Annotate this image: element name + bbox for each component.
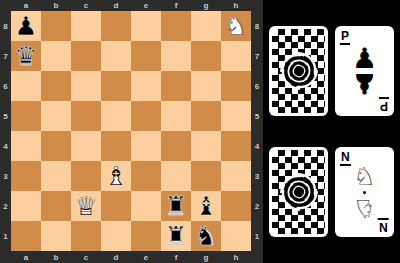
cards-panel: P ♟ ♟ P: [263, 0, 400, 263]
card-back-top[interactable]: [269, 26, 328, 116]
coord-label-5: 5: [0, 101, 11, 131]
coord-label-a: a: [11, 0, 41, 11]
coord-label-5: 5: [251, 101, 263, 131]
square-d5[interactable]: [101, 101, 131, 131]
square-b1[interactable]: [41, 221, 71, 251]
square-h5[interactable]: [221, 101, 251, 131]
swirl-icon: [275, 168, 323, 216]
white-bishop[interactable]: ♝♗: [101, 161, 131, 191]
coord-label-c: c: [71, 251, 101, 263]
square-c3[interactable]: [71, 161, 101, 191]
square-c1[interactable]: [71, 221, 101, 251]
square-b3[interactable]: [41, 161, 71, 191]
square-a1[interactable]: [11, 221, 41, 251]
square-a7[interactable]: ♛: [11, 41, 41, 71]
square-g8[interactable]: [191, 11, 221, 41]
coord-label-h: h: [221, 0, 251, 11]
square-g6[interactable]: [191, 71, 221, 101]
black-bishop[interactable]: ♝: [191, 191, 221, 221]
coord-label-g: g: [191, 0, 221, 11]
square-g1[interactable]: ♞: [191, 221, 221, 251]
square-h1[interactable]: [221, 221, 251, 251]
black-rook[interactable]: ♜: [161, 221, 191, 251]
coord-label-f: f: [161, 251, 191, 263]
coord-label-b: b: [41, 251, 71, 263]
coord-label-8: 8: [0, 11, 11, 41]
coord-label-6: 6: [0, 71, 11, 101]
coord-label-2: 2: [251, 191, 263, 221]
square-c8[interactable]: [71, 11, 101, 41]
coord-label-3: 3: [251, 161, 263, 191]
coord-label-e: e: [131, 251, 161, 263]
square-e7[interactable]: [131, 41, 161, 71]
square-b2[interactable]: [41, 191, 71, 221]
square-c6[interactable]: [71, 71, 101, 101]
coord-label-g: g: [191, 251, 221, 263]
square-g3[interactable]: [191, 161, 221, 191]
square-b4[interactable]: [41, 131, 71, 161]
square-d2[interactable]: [101, 191, 131, 221]
coord-label-8: 8: [251, 11, 263, 41]
square-g4[interactable]: [191, 131, 221, 161]
card-back-bottom[interactable]: [269, 147, 328, 237]
coord-label-1: 1: [0, 221, 11, 251]
square-a4[interactable]: [11, 131, 41, 161]
coord-label-e: e: [131, 0, 161, 11]
square-d6[interactable]: [101, 71, 131, 101]
square-b6[interactable]: [41, 71, 71, 101]
square-a8[interactable]: ♟: [11, 11, 41, 41]
file-labels-top: abcdefgh: [11, 0, 251, 11]
square-d1[interactable]: [101, 221, 131, 251]
card-pawn[interactable]: P ♟ ♟ P: [335, 26, 394, 116]
square-a2[interactable]: [11, 191, 41, 221]
square-g5[interactable]: [191, 101, 221, 131]
black-rook[interactable]: ♜: [161, 191, 191, 221]
square-b8[interactable]: [41, 11, 71, 41]
square-e4[interactable]: [131, 131, 161, 161]
square-a6[interactable]: [11, 71, 41, 101]
rank-labels-left: 87654321: [0, 11, 11, 251]
swirl-icon: [275, 47, 323, 95]
coord-label-2: 2: [0, 191, 11, 221]
square-f2[interactable]: ♜: [161, 191, 191, 221]
square-f7[interactable]: [161, 41, 191, 71]
coord-label-7: 7: [0, 41, 11, 71]
white-queen[interactable]: ♛♕: [71, 191, 101, 221]
square-h2[interactable]: [221, 191, 251, 221]
square-h4[interactable]: [221, 131, 251, 161]
square-h8[interactable]: ♞♘: [221, 11, 251, 41]
chess-board-frame: abcdefgh abcdefgh 87654321 87654321 ♟♞♘♛…: [0, 0, 263, 263]
square-e5[interactable]: [131, 101, 161, 131]
coord-label-3: 3: [0, 161, 11, 191]
black-knight[interactable]: ♞: [191, 221, 221, 251]
square-e2[interactable]: [131, 191, 161, 221]
square-f8[interactable]: [161, 11, 191, 41]
square-c4[interactable]: [71, 131, 101, 161]
white-knight-glyph-rotated: ♘: [353, 196, 375, 220]
square-h7[interactable]: [221, 41, 251, 71]
coord-label-6: 6: [251, 71, 263, 101]
square-e8[interactable]: [131, 11, 161, 41]
board: ♟♞♘♛♝♗♛♕♜♝♜♞: [11, 11, 251, 251]
black-pawn[interactable]: ♟: [11, 11, 41, 41]
coord-label-f: f: [161, 0, 191, 11]
square-c5[interactable]: [71, 101, 101, 131]
white-knight[interactable]: ♞♘: [221, 11, 251, 41]
square-c2[interactable]: ♛♕: [71, 191, 101, 221]
black-queen[interactable]: ♛: [11, 41, 41, 71]
square-f5[interactable]: [161, 101, 191, 131]
square-a3[interactable]: [11, 161, 41, 191]
coord-label-d: d: [101, 0, 131, 11]
coord-label-1: 1: [251, 221, 263, 251]
square-d4[interactable]: [101, 131, 131, 161]
coord-label-c: c: [71, 0, 101, 11]
card-knight[interactable]: N ♘ ♘ N: [335, 147, 394, 237]
square-f4[interactable]: [161, 131, 191, 161]
rank-labels-right: 87654321: [251, 11, 263, 251]
square-e1[interactable]: [131, 221, 161, 251]
coord-label-a: a: [11, 251, 41, 263]
app: abcdefgh abcdefgh 87654321 87654321 ♟♞♘♛…: [0, 0, 400, 263]
coord-label-b: b: [41, 0, 71, 11]
square-f1[interactable]: ♜: [161, 221, 191, 251]
square-g7[interactable]: [191, 41, 221, 71]
square-d7[interactable]: [101, 41, 131, 71]
square-b7[interactable]: [41, 41, 71, 71]
square-h6[interactable]: [221, 71, 251, 101]
coord-label-4: 4: [251, 131, 263, 161]
black-pawn-glyph-rotated: ♟: [352, 71, 377, 95]
card-knight-index-bottom: N: [378, 218, 389, 233]
coord-label-h: h: [221, 251, 251, 263]
square-f6[interactable]: [161, 71, 191, 101]
card-back-pattern: [272, 29, 325, 113]
card-back-pattern: [272, 150, 325, 234]
square-h3[interactable]: [221, 161, 251, 191]
square-a5[interactable]: [11, 101, 41, 131]
square-f3[interactable]: [161, 161, 191, 191]
coord-label-7: 7: [251, 41, 263, 71]
square-d8[interactable]: [101, 11, 131, 41]
square-d3[interactable]: ♝♗: [101, 161, 131, 191]
square-b5[interactable]: [41, 101, 71, 131]
coord-label-4: 4: [0, 131, 11, 161]
coord-label-d: d: [101, 251, 131, 263]
square-c7[interactable]: [71, 41, 101, 71]
square-e6[interactable]: [131, 71, 161, 101]
square-e3[interactable]: [131, 161, 161, 191]
square-g2[interactable]: ♝: [191, 191, 221, 221]
white-knight-glyph: ♘: [353, 165, 375, 189]
file-labels-bottom: abcdefgh: [11, 251, 251, 263]
card-pawn-index-bottom: P: [379, 97, 389, 112]
